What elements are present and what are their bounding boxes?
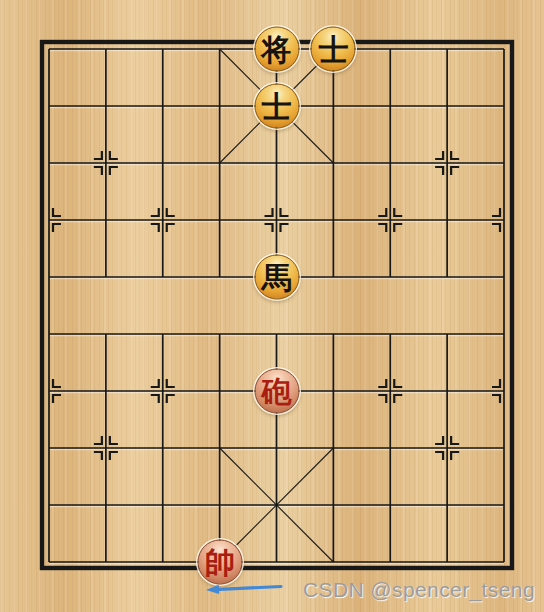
black-advisor-2[interactable]: 士	[254, 84, 299, 129]
black-general[interactable]: 将	[254, 27, 299, 72]
red-cannon[interactable]: 砲	[254, 369, 299, 414]
watermark: CSDN @spencer_tseng	[303, 578, 535, 602]
red-general[interactable]: 帥	[197, 540, 242, 585]
xiangqi-app-background: 将士士馬砲帥 CSDN @spencer_tseng	[0, 0, 544, 612]
black-horse[interactable]: 馬	[254, 255, 299, 300]
pieces-layer: 将士士馬砲帥	[0, 0, 544, 612]
black-advisor-1[interactable]: 士	[311, 27, 356, 72]
